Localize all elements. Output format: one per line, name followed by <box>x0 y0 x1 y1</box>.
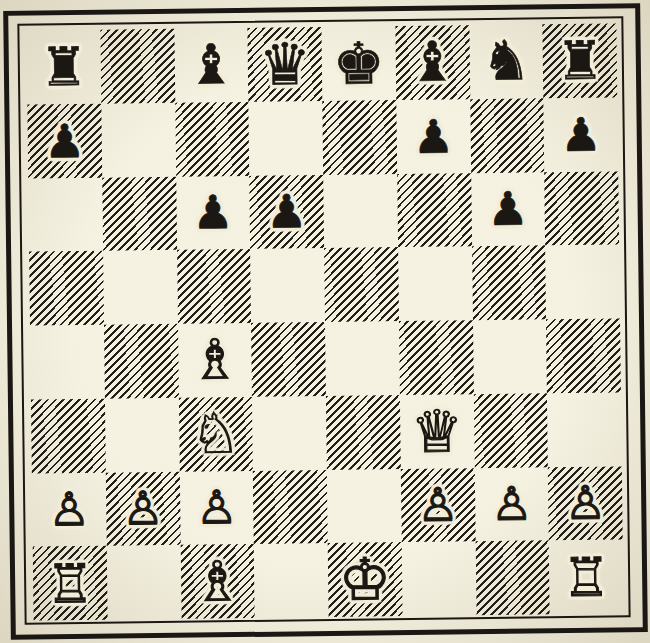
square-h2[interactable]: ♙ <box>548 466 623 541</box>
square-b8[interactable] <box>100 29 175 104</box>
square-b3[interactable] <box>105 398 180 473</box>
black-queen: ♛ <box>259 35 312 94</box>
white-pawn: ♙ <box>564 480 606 527</box>
square-b6[interactable] <box>102 176 177 251</box>
white-pawn: ♙ <box>417 482 459 529</box>
square-e1[interactable]: ♔ <box>328 542 403 617</box>
white-pawn: ♙ <box>48 486 90 533</box>
square-b4[interactable] <box>104 324 179 399</box>
white-bishop: ♗ <box>193 554 243 610</box>
square-f5[interactable] <box>398 246 473 321</box>
square-f3[interactable]: ♕ <box>400 394 475 469</box>
square-h7[interactable]: ♟ <box>544 97 619 172</box>
square-e2[interactable] <box>327 469 402 544</box>
square-a6[interactable] <box>28 177 103 252</box>
black-pawn: ♟ <box>412 113 454 160</box>
white-bishop: ♗ <box>190 332 240 388</box>
black-rook: ♜ <box>556 34 604 88</box>
black-pawn: ♟ <box>192 189 234 236</box>
square-g6[interactable]: ♟ <box>471 172 546 247</box>
square-d2[interactable] <box>253 469 328 544</box>
square-d4[interactable] <box>251 322 326 397</box>
square-b5[interactable] <box>103 250 178 325</box>
square-g1[interactable] <box>475 541 550 616</box>
book-plate: ♜♝♛♚♝♞♜♟♟♟♟♟♟♗♘♕♙♙♙♙♙♙♖♗♔♖ <box>0 0 650 643</box>
square-f8[interactable]: ♝ <box>395 25 470 100</box>
square-h5[interactable] <box>545 245 620 320</box>
white-pawn: ♙ <box>122 485 164 532</box>
square-a7[interactable]: ♟ <box>27 103 102 178</box>
black-bishop: ♝ <box>407 35 457 91</box>
square-e7[interactable] <box>322 100 397 175</box>
white-queen: ♕ <box>411 402 464 461</box>
square-f6[interactable] <box>397 173 472 248</box>
square-c2[interactable]: ♙ <box>179 470 254 545</box>
square-d3[interactable] <box>252 396 327 471</box>
square-e6[interactable] <box>323 174 398 249</box>
square-g2[interactable]: ♙ <box>474 467 549 542</box>
square-h6[interactable] <box>544 171 619 246</box>
white-pawn: ♙ <box>196 484 238 531</box>
square-c7[interactable] <box>175 102 250 177</box>
square-a2[interactable]: ♙ <box>32 472 107 547</box>
square-b1[interactable] <box>106 545 181 620</box>
square-e5[interactable] <box>324 247 399 322</box>
white-knight: ♘ <box>191 406 241 462</box>
square-c6[interactable]: ♟ <box>176 175 251 250</box>
square-g8[interactable]: ♞ <box>469 24 544 99</box>
white-rook: ♖ <box>46 556 94 610</box>
square-c5[interactable] <box>177 249 252 324</box>
square-f1[interactable] <box>401 541 476 616</box>
square-a1[interactable]: ♖ <box>33 546 108 621</box>
square-c3[interactable]: ♘ <box>178 397 253 472</box>
black-pawn: ♟ <box>487 186 529 233</box>
square-d5[interactable] <box>250 248 325 323</box>
square-f4[interactable] <box>399 320 474 395</box>
black-king: ♚ <box>332 34 385 93</box>
square-e4[interactable] <box>325 321 400 396</box>
white-pawn: ♙ <box>491 481 533 528</box>
square-c4[interactable]: ♗ <box>178 323 253 398</box>
square-h1[interactable]: ♖ <box>549 540 624 615</box>
square-b7[interactable] <box>101 103 176 178</box>
square-d7[interactable] <box>249 101 324 176</box>
square-e3[interactable] <box>326 395 401 470</box>
square-b2[interactable]: ♙ <box>106 471 181 546</box>
white-rook: ♖ <box>562 550 610 604</box>
black-pawn: ♟ <box>266 189 308 236</box>
square-d8[interactable]: ♛ <box>248 27 323 102</box>
square-g5[interactable] <box>472 246 547 321</box>
square-g3[interactable] <box>473 393 548 468</box>
square-f7[interactable]: ♟ <box>396 99 471 174</box>
square-a4[interactable] <box>30 325 105 400</box>
square-h4[interactable] <box>546 318 621 393</box>
square-d6[interactable]: ♟ <box>249 175 324 250</box>
chess-board: ♜♝♛♚♝♞♜♟♟♟♟♟♟♗♘♕♙♙♙♙♙♙♖♗♔♖ <box>26 23 623 620</box>
square-g4[interactable] <box>472 319 547 394</box>
square-f2[interactable]: ♙ <box>401 468 476 543</box>
square-a8[interactable]: ♜ <box>26 30 101 105</box>
square-h8[interactable]: ♜ <box>543 23 618 98</box>
square-a3[interactable] <box>31 398 106 473</box>
square-e8[interactable]: ♚ <box>321 26 396 101</box>
white-king: ♔ <box>339 550 392 609</box>
square-a5[interactable] <box>29 251 104 326</box>
square-g7[interactable] <box>470 98 545 173</box>
black-pawn: ♟ <box>560 111 602 158</box>
black-pawn: ♟ <box>44 118 86 165</box>
square-c8[interactable]: ♝ <box>174 28 249 103</box>
black-knight: ♞ <box>481 34 531 90</box>
square-c1[interactable]: ♗ <box>180 544 255 619</box>
square-d1[interactable] <box>254 543 329 618</box>
black-bishop: ♝ <box>186 37 236 93</box>
square-h3[interactable] <box>547 392 622 467</box>
black-rook: ♜ <box>40 40 88 94</box>
